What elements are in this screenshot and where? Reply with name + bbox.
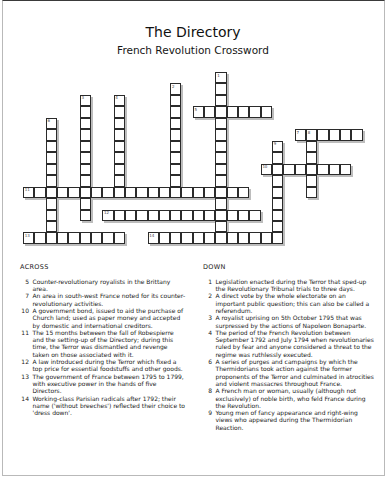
grid-cell[interactable] — [306, 187, 317, 198]
clue-item: 6A series of purges and campaigns by whi… — [203, 358, 376, 387]
grid-cell[interactable] — [170, 106, 181, 117]
grid-cell[interactable] — [80, 141, 91, 152]
grid-cell[interactable] — [80, 232, 91, 243]
grid-cell[interactable] — [68, 187, 79, 198]
page-title: The Directory — [0, 25, 386, 40]
down-clues-section: DOWN 1Legislation enacted during the Ter… — [203, 264, 376, 431]
grid-cell[interactable] — [215, 210, 226, 221]
grid-cell[interactable] — [114, 175, 125, 186]
grid-cell[interactable]: 8 — [306, 129, 317, 140]
cell-number: 7 — [296, 130, 298, 135]
clue-item: 12A law introduced during the Terror whi… — [20, 358, 186, 373]
grid-cell[interactable] — [204, 232, 215, 243]
clue-text: The government of France between 1795 to… — [33, 373, 187, 395]
grid-cell[interactable]: 5 — [193, 106, 204, 117]
grid-cell[interactable] — [114, 129, 125, 140]
grid-cell[interactable] — [215, 95, 226, 106]
grid-cell[interactable] — [170, 232, 181, 243]
clue-text: A direct vote by the whole electorate on… — [216, 292, 377, 314]
clue-number: 7 — [20, 292, 33, 307]
grid-cell[interactable] — [238, 187, 249, 198]
grid-cell[interactable] — [125, 210, 136, 221]
grid-cell[interactable] — [80, 198, 91, 209]
grid-cell[interactable] — [306, 164, 317, 175]
clue-text: A law introduced during the Terror which… — [33, 358, 187, 373]
clue-text: Counter-revolutionary royalists in the B… — [33, 278, 187, 293]
down-clues-list: 1Legislation enacted during the Terror t… — [203, 278, 376, 431]
clue-item: 3A royalist uprising on 5th October 1795… — [203, 314, 376, 329]
grid-cell[interactable] — [80, 164, 91, 175]
cell-number: 6 — [47, 118, 49, 123]
grid-cell[interactable] — [215, 187, 226, 198]
clue-text: A government bond, issued to aid the pur… — [33, 307, 187, 329]
grid-cell[interactable] — [102, 187, 113, 198]
grid-cell[interactable] — [170, 95, 181, 106]
grid-cell[interactable] — [114, 118, 125, 129]
clue-number: 11 — [20, 329, 33, 358]
grid-cell[interactable] — [46, 141, 57, 152]
cell-number: 5 — [195, 107, 197, 112]
grid-cell[interactable] — [227, 210, 238, 221]
grid-cell[interactable] — [136, 187, 147, 198]
clue-item: 13The government of France between 1795 … — [20, 373, 186, 395]
grid-cell[interactable] — [204, 210, 215, 221]
grid-cell[interactable] — [215, 141, 226, 152]
grid-cell[interactable] — [114, 210, 125, 221]
grid-cell[interactable]: 4 — [114, 95, 125, 106]
grid-cell[interactable] — [238, 106, 249, 117]
grid-cell[interactable] — [46, 221, 57, 232]
grid-cell[interactable] — [193, 187, 204, 198]
grid-cell[interactable]: 14 — [148, 232, 159, 243]
down-header: DOWN — [203, 264, 376, 271]
grid-cell[interactable] — [91, 232, 102, 243]
clue-text: A series of purges and campaigns by whic… — [216, 358, 377, 387]
grid-cell[interactable] — [57, 187, 68, 198]
grid-cell[interactable] — [46, 164, 57, 175]
grid-cell[interactable] — [215, 221, 226, 232]
clue-number: 14 — [20, 395, 33, 417]
grid-cell[interactable] — [80, 187, 91, 198]
grid-cell[interactable] — [249, 210, 260, 221]
grid-cell[interactable] — [34, 232, 45, 243]
grid-cell[interactable] — [215, 106, 226, 117]
clue-number: 2 — [203, 292, 216, 314]
clue-number: 3 — [203, 314, 216, 329]
grid-cell[interactable] — [181, 210, 192, 221]
grid-cell[interactable] — [46, 187, 57, 198]
grid-cell[interactable] — [272, 152, 283, 163]
grid-cell[interactable] — [170, 210, 181, 221]
grid-cell[interactable]: 1 — [215, 72, 226, 83]
grid-cell[interactable]: 12 — [102, 210, 113, 221]
grid-cell[interactable] — [272, 164, 283, 175]
grid-cell[interactable] — [181, 232, 192, 243]
grid-cell[interactable] — [114, 152, 125, 163]
grid-cell[interactable] — [306, 152, 317, 163]
clue-number: 5 — [20, 278, 33, 293]
grid-cell[interactable] — [136, 210, 147, 221]
clue-text: A French man or woman, usually (although… — [216, 387, 377, 409]
clue-item: 2A direct vote by the whole electorate o… — [203, 292, 376, 314]
clue-item: 4The period of the French Revolution bet… — [203, 329, 376, 358]
clue-number: 10 — [20, 307, 33, 329]
clue-item: 1Legislation enacted during the Terror t… — [203, 278, 376, 293]
grid-cell[interactable] — [159, 187, 170, 198]
grid-cell[interactable] — [148, 187, 159, 198]
across-clues-section: ACROSS 5Counter-revolutionary royalists … — [20, 264, 186, 416]
grid-cell[interactable] — [306, 175, 317, 186]
cell-number: 11 — [25, 187, 30, 192]
grid-cell[interactable] — [204, 187, 215, 198]
grid-cell[interactable] — [215, 83, 226, 94]
grid-cell[interactable] — [272, 198, 283, 209]
grid-cell[interactable] — [193, 232, 204, 243]
grid-cell[interactable] — [272, 232, 283, 243]
clue-text: An area in south-west France noted for i… — [33, 292, 187, 307]
grid-cell[interactable] — [227, 232, 238, 243]
grid-cell[interactable] — [193, 210, 204, 221]
cell-number: 8 — [308, 130, 310, 135]
grid-cell[interactable]: 2 — [170, 83, 181, 94]
grid-cell[interactable] — [215, 129, 226, 140]
grid-cell[interactable] — [227, 106, 238, 117]
grid-cell[interactable] — [170, 164, 181, 175]
clue-number: 9 — [203, 409, 216, 431]
grid-cell[interactable] — [80, 210, 91, 221]
clue-item: 5Counter-revolutionary royalists in the … — [20, 278, 186, 293]
grid-cell[interactable] — [329, 164, 340, 175]
grid-cell[interactable] — [46, 210, 57, 221]
cell-number: 14 — [149, 233, 154, 238]
grid-cell[interactable] — [125, 187, 136, 198]
grid-cell[interactable] — [215, 175, 226, 186]
clue-text: The 15 months between the fall of Robesp… — [33, 329, 187, 358]
grid-cell[interactable]: 9 — [272, 141, 283, 152]
grid-cell[interactable] — [80, 118, 91, 129]
grid-cell[interactable] — [80, 129, 91, 140]
clue-item: 11The 15 months between the fall of Robe… — [20, 329, 186, 358]
grid-cell[interactable]: 7 — [295, 129, 306, 140]
cell-number: 3 — [81, 95, 83, 100]
clue-text: Young men of fancy appearance and right-… — [216, 409, 377, 431]
grid-cell[interactable] — [170, 129, 181, 140]
cell-number: 13 — [25, 233, 30, 238]
grid-cell[interactable] — [272, 210, 283, 221]
clue-number: 12 — [20, 358, 33, 373]
clue-number: 1 — [203, 278, 216, 293]
grid-cell[interactable] — [170, 152, 181, 163]
grid-cell[interactable] — [306, 141, 317, 152]
grid-cell[interactable] — [204, 106, 215, 117]
grid-cell[interactable] — [261, 106, 272, 117]
clue-text: The period of the French Revolution betw… — [216, 329, 377, 358]
grid-cell[interactable] — [317, 164, 328, 175]
grid-cell[interactable] — [46, 152, 57, 163]
grid-cell[interactable] — [102, 232, 113, 243]
grid-cell[interactable] — [159, 210, 170, 221]
cell-number: 9 — [274, 141, 276, 146]
clue-item: 10A government bond, issued to aid the p… — [20, 307, 186, 329]
grid-cell[interactable] — [272, 175, 283, 186]
grid-cell[interactable] — [57, 232, 68, 243]
grid-cell[interactable] — [340, 129, 351, 140]
grid-cell[interactable] — [170, 141, 181, 152]
clue-number: 13 — [20, 373, 33, 395]
grid-cell[interactable]: 11 — [23, 187, 34, 198]
grid-cell[interactable] — [170, 187, 181, 198]
grid-cell[interactable] — [215, 152, 226, 163]
grid-cell[interactable] — [80, 175, 91, 186]
grid-cell[interactable] — [46, 129, 57, 140]
grid-cell[interactable] — [46, 198, 57, 209]
clue-text: A royalist uprising on 5th October 1795 … — [216, 314, 377, 329]
grid-cell[interactable]: 13 — [23, 232, 34, 243]
clue-item: 8A French man or woman, usually (althoug… — [203, 387, 376, 409]
grid-cell[interactable] — [80, 152, 91, 163]
grid-cell[interactable] — [283, 164, 294, 175]
page-subtitle: French Revolution Crossword — [0, 44, 386, 56]
grid-cell[interactable]: 10 — [261, 164, 272, 175]
clue-number: 4 — [203, 329, 216, 358]
grid-cell[interactable] — [215, 164, 226, 175]
grid-cell[interactable] — [238, 232, 249, 243]
clue-item: 14Working-class Parisian radicals after … — [20, 395, 186, 417]
grid-cell[interactable] — [261, 232, 272, 243]
grid-cell[interactable] — [340, 164, 351, 175]
grid-cell[interactable] — [249, 106, 260, 117]
grid-cell[interactable] — [46, 232, 57, 243]
grid-cell[interactable] — [295, 164, 306, 175]
grid-cell[interactable] — [215, 118, 226, 129]
clue-text: Working-class Parisian radicals after 17… — [33, 395, 187, 417]
across-header: ACROSS — [20, 264, 186, 271]
cell-number: 4 — [115, 95, 117, 100]
grid-cell[interactable] — [46, 175, 57, 186]
grid-cell[interactable] — [215, 198, 226, 209]
grid-cell[interactable] — [148, 210, 159, 221]
grid-cell[interactable] — [114, 232, 125, 243]
grid-cell[interactable] — [272, 221, 283, 232]
grid-cell[interactable] — [170, 175, 181, 186]
grid-cell[interactable] — [159, 232, 170, 243]
across-clues-list: 5Counter-revolutionary royalists in the … — [20, 278, 186, 417]
grid-cell[interactable] — [227, 187, 238, 198]
grid-cell[interactable] — [249, 232, 260, 243]
grid-cell[interactable] — [329, 129, 340, 140]
grid-cell[interactable] — [91, 187, 102, 198]
grid-cell[interactable] — [114, 187, 125, 198]
grid-cell[interactable] — [351, 129, 362, 140]
grid-cell[interactable] — [114, 106, 125, 117]
grid-cell[interactable] — [170, 118, 181, 129]
cell-number: 1 — [217, 73, 219, 78]
clue-item: 7An area in south-west France noted for … — [20, 292, 186, 307]
grid-cell[interactable] — [114, 141, 125, 152]
clue-number: 6 — [203, 358, 216, 387]
clue-item: 9Young men of fancy appearance and right… — [203, 409, 376, 431]
grid-cell[interactable] — [80, 106, 91, 117]
grid-cell[interactable] — [317, 129, 328, 140]
grid-cell[interactable] — [114, 164, 125, 175]
grid-cell[interactable]: 6 — [46, 118, 57, 129]
grid-cell[interactable]: 3 — [80, 95, 91, 106]
grid-cell[interactable] — [68, 232, 79, 243]
grid-cell[interactable] — [215, 232, 226, 243]
crossword-grid: 1234567891011121314 — [23, 72, 364, 245]
grid-cell[interactable] — [238, 210, 249, 221]
clue-number: 8 — [203, 387, 216, 409]
clue-text: Legislation enacted during the Terror th… — [216, 278, 377, 293]
cell-number: 10 — [263, 164, 268, 169]
grid-cell[interactable] — [272, 187, 283, 198]
grid-cell[interactable] — [181, 187, 192, 198]
grid-cell[interactable] — [34, 187, 45, 198]
cell-number: 12 — [104, 210, 109, 215]
cell-number: 2 — [172, 84, 174, 89]
